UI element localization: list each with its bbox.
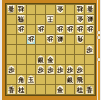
shogi-piece[interactable]: 香 bbox=[86, 85, 94, 94]
shogi-piece[interactable]: 金 bbox=[56, 5, 64, 14]
board-cell[interactable]: 桂 bbox=[75, 5, 84, 14]
board-cell[interactable]: 桂 bbox=[17, 85, 26, 94]
shogi-piece[interactable]: 歩 bbox=[17, 25, 25, 34]
board-cell[interactable] bbox=[46, 85, 55, 94]
shogi-piece[interactable]: 銀 bbox=[37, 55, 45, 64]
shogi-piece[interactable]: 金 bbox=[46, 55, 54, 64]
board-cell[interactable]: 歩 bbox=[46, 65, 55, 74]
board-cell[interactable] bbox=[75, 55, 84, 64]
board-cell[interactable]: 歩 bbox=[27, 35, 36, 44]
board-cell[interactable]: 歩 bbox=[85, 45, 94, 54]
board-cell[interactable] bbox=[27, 85, 36, 94]
board-cell[interactable]: 歩 bbox=[66, 65, 75, 74]
shogi-piece[interactable]: 歩 bbox=[46, 65, 54, 74]
board-cell[interactable] bbox=[17, 65, 26, 74]
shogi-piece[interactable]: 桂 bbox=[76, 5, 84, 14]
captured-piece-mark[interactable] bbox=[98, 58, 100, 61]
board-cell[interactable]: 銀 bbox=[56, 35, 65, 44]
board-cell[interactable] bbox=[56, 55, 65, 64]
board-cell[interactable] bbox=[85, 55, 94, 64]
board-cell[interactable]: 歩 bbox=[56, 65, 65, 74]
board-cell[interactable] bbox=[7, 55, 16, 64]
shogi-piece[interactable]: 桂 bbox=[17, 85, 25, 94]
shogi-piece[interactable]: 桂 bbox=[76, 85, 84, 94]
board-cell[interactable]: 銀 bbox=[85, 15, 94, 24]
board-cell[interactable] bbox=[46, 75, 55, 84]
board-cell[interactable] bbox=[56, 75, 65, 84]
board-cell[interactable] bbox=[46, 45, 55, 54]
board-cell[interactable]: 歩 bbox=[75, 65, 84, 74]
shogi-piece[interactable]: 歩 bbox=[76, 25, 84, 34]
board-cell[interactable] bbox=[36, 15, 45, 24]
board-cell[interactable] bbox=[17, 45, 26, 54]
shogi-piece[interactable]: 香 bbox=[7, 85, 15, 94]
board-cell[interactable] bbox=[66, 15, 75, 24]
shogi-piece[interactable]: 金 bbox=[56, 85, 64, 94]
board-cell[interactable]: 歩 bbox=[36, 25, 45, 34]
board-cell[interactable]: 歩 bbox=[7, 65, 16, 74]
shogi-board: 香桂金桂香飛王金銀歩歩歩歩歩歩歩歩銀角歩銀金歩歩歩歩歩歩角玉銀飛香桂金桂香 bbox=[5, 3, 96, 96]
board-cell[interactable]: 桂 bbox=[17, 5, 26, 14]
board-cell[interactable]: 歩 bbox=[46, 35, 55, 44]
board-cell[interactable] bbox=[85, 75, 94, 84]
board-cell[interactable]: 王 bbox=[46, 15, 55, 24]
shogi-piece[interactable]: 歩 bbox=[7, 65, 15, 74]
board-cell[interactable]: 歩 bbox=[56, 25, 65, 34]
shogi-piece[interactable]: 歩 bbox=[37, 65, 45, 74]
board-cell[interactable]: 金 bbox=[56, 85, 65, 94]
board-cell[interactable] bbox=[7, 75, 16, 84]
shogi-piece[interactable]: 歩 bbox=[56, 25, 64, 34]
board-cell[interactable]: 香 bbox=[7, 85, 16, 94]
shogi-piece[interactable]: 金 bbox=[76, 15, 84, 24]
shogi-piece[interactable]: 飛 bbox=[76, 75, 84, 84]
board-cell[interactable] bbox=[66, 55, 75, 64]
board-cell[interactable]: 金 bbox=[46, 55, 55, 64]
board-cell[interactable] bbox=[36, 35, 45, 44]
board-cell[interactable] bbox=[7, 45, 16, 54]
board-cell[interactable]: 歩 bbox=[66, 25, 75, 34]
shogi-piece[interactable]: 銀 bbox=[56, 35, 64, 44]
board-cell[interactable] bbox=[56, 45, 65, 54]
board-cell[interactable] bbox=[46, 25, 55, 34]
shogi-piece[interactable]: 歩 bbox=[37, 25, 45, 34]
shogi-piece[interactable]: 歩 bbox=[46, 35, 54, 44]
board-cell[interactable] bbox=[66, 45, 75, 54]
board-cell[interactable]: 銀 bbox=[66, 75, 75, 84]
board-cell[interactable]: 香 bbox=[85, 85, 94, 94]
board-cell[interactable]: 金 bbox=[56, 5, 65, 14]
board-cell[interactable] bbox=[27, 65, 36, 74]
board-cell[interactable] bbox=[7, 15, 16, 24]
board-cell[interactable] bbox=[36, 45, 45, 54]
shogi-piece[interactable]: 歩 bbox=[86, 25, 94, 34]
board-cell[interactable] bbox=[17, 55, 26, 64]
shogi-piece[interactable]: 角 bbox=[76, 35, 84, 44]
captured-piece-mark[interactable] bbox=[98, 36, 100, 39]
board-cell[interactable]: 歩 bbox=[85, 25, 94, 34]
board-cell[interactable] bbox=[75, 45, 84, 54]
board-cell[interactable] bbox=[7, 25, 16, 34]
board-cell[interactable]: 桂 bbox=[75, 85, 84, 94]
shogi-piece[interactable]: 桂 bbox=[17, 5, 25, 14]
board-cell[interactable] bbox=[66, 85, 75, 94]
board-cell[interactable]: 角 bbox=[17, 75, 26, 84]
shogi-piece[interactable]: 歩 bbox=[56, 65, 64, 74]
captured-piece-tray bbox=[98, 0, 101, 100]
shogi-piece[interactable]: 歩 bbox=[66, 65, 74, 74]
shogi-piece[interactable]: 香 bbox=[86, 5, 94, 14]
board-cell[interactable]: 玉 bbox=[27, 75, 36, 84]
shogi-piece[interactable]: 香 bbox=[7, 5, 15, 14]
board-cell[interactable]: 飛 bbox=[75, 75, 84, 84]
shogi-piece[interactable]: 玉 bbox=[27, 75, 35, 84]
board-cell[interactable] bbox=[27, 5, 36, 14]
shogi-piece[interactable]: 飛 bbox=[17, 15, 25, 24]
board-cell[interactable]: 飛 bbox=[17, 15, 26, 24]
board-cell[interactable] bbox=[85, 35, 94, 44]
board-cell[interactable]: 歩 bbox=[36, 65, 45, 74]
shogi-piece[interactable]: 銀 bbox=[86, 15, 94, 24]
board-cell[interactable] bbox=[27, 55, 36, 64]
board-cell[interactable] bbox=[7, 35, 16, 44]
captured-piece-mark[interactable] bbox=[98, 31, 100, 34]
shogi-piece[interactable]: 王 bbox=[46, 15, 54, 24]
board-cell[interactable] bbox=[27, 45, 36, 54]
board-cell[interactable] bbox=[46, 5, 55, 14]
board-cell[interactable]: 香 bbox=[85, 5, 94, 14]
board-cell[interactable]: 歩 bbox=[17, 25, 26, 34]
board-cell[interactable] bbox=[27, 25, 36, 34]
board-cell[interactable] bbox=[66, 35, 75, 44]
board-cell[interactable]: 香 bbox=[7, 5, 16, 14]
shogi-piece[interactable]: 歩 bbox=[27, 35, 35, 44]
board-cell[interactable]: 歩 bbox=[75, 25, 84, 34]
shogi-piece[interactable]: 角 bbox=[17, 75, 25, 84]
board-cell[interactable] bbox=[85, 65, 94, 74]
board-cell[interactable] bbox=[17, 35, 26, 44]
shogi-piece[interactable]: 歩 bbox=[86, 45, 94, 54]
board-cell[interactable] bbox=[36, 85, 45, 94]
board-cell[interactable] bbox=[36, 5, 45, 14]
board-cell[interactable]: 角 bbox=[75, 35, 84, 44]
shogi-piece[interactable]: 歩 bbox=[66, 25, 74, 34]
board-cell[interactable] bbox=[56, 15, 65, 24]
board-cell[interactable]: 銀 bbox=[36, 55, 45, 64]
board-cell[interactable]: 金 bbox=[75, 15, 84, 24]
board-cell[interactable] bbox=[66, 5, 75, 14]
board-cell[interactable] bbox=[27, 15, 36, 24]
board-cell[interactable] bbox=[36, 75, 45, 84]
shogi-piece[interactable]: 銀 bbox=[66, 75, 74, 84]
shogi-piece[interactable]: 歩 bbox=[76, 65, 84, 74]
